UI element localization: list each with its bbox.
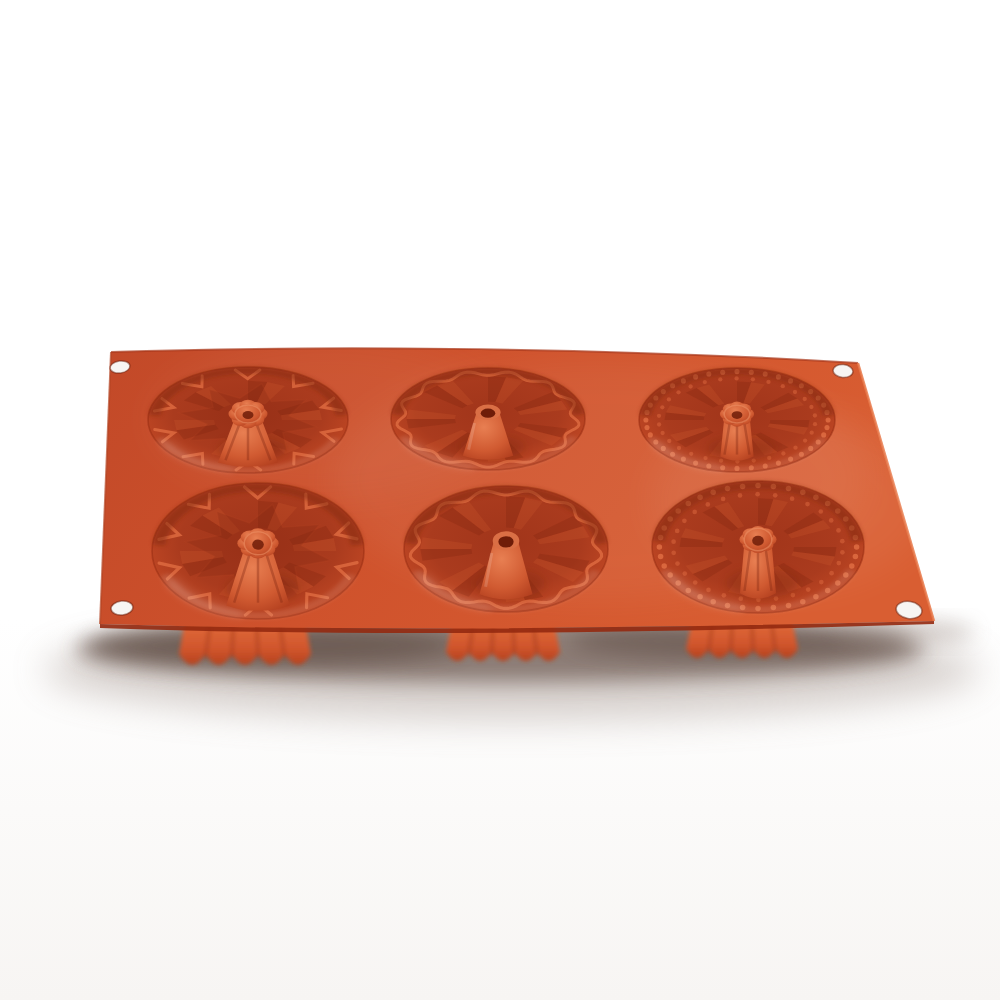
bead <box>703 456 707 460</box>
bead <box>840 550 845 555</box>
bead <box>826 417 831 422</box>
bead <box>781 451 785 455</box>
bead <box>793 446 797 450</box>
bead <box>692 510 697 515</box>
cap-dimple <box>732 411 743 419</box>
bead <box>667 397 671 401</box>
cavity-row1-col1 <box>148 367 348 473</box>
bead <box>722 593 727 598</box>
bead <box>676 390 680 394</box>
bead <box>703 380 707 384</box>
cavity-row2-col2 <box>404 486 608 612</box>
bead <box>773 493 778 498</box>
bead <box>660 405 664 409</box>
cap-dimple <box>243 411 254 419</box>
bead <box>810 431 814 435</box>
bead <box>840 539 845 544</box>
bead <box>643 417 648 422</box>
center-tube-hole <box>481 409 496 418</box>
cavity-row2-col1 <box>152 483 364 619</box>
photo-canvas <box>0 0 1000 1000</box>
bead <box>854 544 860 550</box>
bead <box>829 518 834 523</box>
bead <box>657 414 661 418</box>
bead <box>836 528 841 533</box>
bead <box>849 563 855 569</box>
cavity-row1-col3 <box>639 368 835 472</box>
bead <box>648 432 653 437</box>
baking-mold-photo <box>0 0 1000 1000</box>
cap-dimple <box>252 539 264 549</box>
bead <box>682 571 687 576</box>
bead <box>821 432 826 437</box>
bead <box>657 544 663 550</box>
bead <box>693 580 698 585</box>
bead <box>682 518 687 523</box>
bead <box>767 456 771 460</box>
bead <box>738 596 743 601</box>
bead <box>671 539 676 544</box>
bead <box>766 380 770 384</box>
bead <box>705 502 710 507</box>
bead <box>658 554 664 560</box>
bead <box>829 571 834 576</box>
bead <box>819 580 824 585</box>
bead <box>644 425 649 430</box>
bead <box>818 509 823 514</box>
bead <box>781 384 785 388</box>
bead <box>755 492 760 497</box>
bead <box>793 390 797 394</box>
bead <box>803 438 807 442</box>
bead <box>806 587 811 592</box>
bead <box>671 550 676 555</box>
cavity-row1-col2 <box>391 368 585 470</box>
bead <box>677 446 681 450</box>
bead <box>688 384 692 388</box>
bead <box>809 405 813 409</box>
bead <box>675 529 680 534</box>
cavity-row2-col3 <box>652 481 864 613</box>
bead <box>805 502 810 507</box>
cavity-wells <box>148 367 864 619</box>
bead <box>706 588 711 593</box>
bead <box>719 459 723 463</box>
bead <box>824 425 829 430</box>
bead <box>734 376 738 380</box>
bead <box>689 452 693 456</box>
bead <box>790 496 795 501</box>
bead <box>667 439 671 443</box>
center-tube-hole <box>498 536 513 547</box>
bead <box>836 561 841 566</box>
bead <box>813 413 817 417</box>
bead <box>657 422 661 426</box>
bead <box>853 554 859 560</box>
bead <box>791 593 796 598</box>
bead <box>661 563 667 569</box>
cap-dimple <box>752 536 764 546</box>
bead <box>718 377 722 381</box>
bead <box>660 431 664 435</box>
bead <box>675 561 680 566</box>
bead <box>738 493 743 498</box>
bead <box>803 397 807 401</box>
bead <box>721 497 726 502</box>
bead <box>751 377 755 381</box>
bead <box>813 422 817 426</box>
